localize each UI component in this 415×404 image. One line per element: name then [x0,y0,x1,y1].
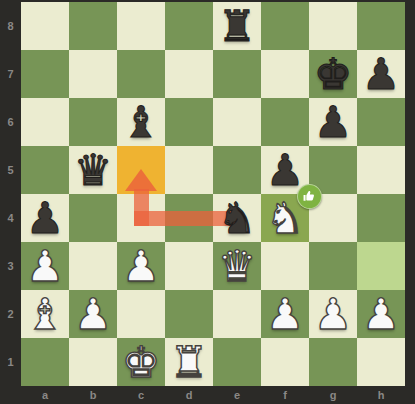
square-d7[interactable] [165,50,213,98]
white-bishop-a2[interactable]: ♝ [21,290,69,338]
rank-label-3: 3 [0,242,21,290]
black-knight-e4[interactable]: ♞ [213,194,261,242]
square-c8[interactable] [117,2,165,50]
file-label-h: h [357,386,405,404]
square-d5[interactable] [165,146,213,194]
black-king-g7[interactable]: ♚ [309,50,357,98]
file-labels: abcdefgh [21,386,405,404]
square-e1[interactable] [213,338,261,386]
square-d6[interactable] [165,98,213,146]
square-b3[interactable] [69,242,117,290]
square-h4[interactable] [357,194,405,242]
white-pawn-b2[interactable]: ♟ [69,290,117,338]
square-a7[interactable] [21,50,69,98]
chess-board: ♜♚♟♝♟♛♟♟♞♞♟♟♛♝♟♟♟♟♚♜ [21,2,405,386]
rank-labels: 87654321 [0,2,21,386]
black-rook-e8[interactable]: ♜ [213,2,261,50]
white-king-c1[interactable]: ♚ [117,338,165,386]
square-e5[interactable] [213,146,261,194]
square-a1[interactable] [21,338,69,386]
square-d2[interactable] [165,290,213,338]
file-label-b: b [69,386,117,404]
square-f8[interactable] [261,2,309,50]
black-pawn-g6[interactable]: ♟ [309,98,357,146]
rank-label-8: 8 [0,2,21,50]
square-e2[interactable] [213,290,261,338]
black-bishop-c6[interactable]: ♝ [117,98,165,146]
white-pawn-c3[interactable]: ♟ [117,242,165,290]
square-b8[interactable] [69,2,117,50]
black-pawn-a4[interactable]: ♟ [21,194,69,242]
square-a5[interactable] [21,146,69,194]
square-g1[interactable] [309,338,357,386]
black-pawn-h7[interactable]: ♟ [357,50,405,98]
square-a6[interactable] [21,98,69,146]
square-g8[interactable] [309,2,357,50]
white-pawn-a3[interactable]: ♟ [21,242,69,290]
square-e6[interactable] [213,98,261,146]
white-pawn-h2[interactable]: ♟ [357,290,405,338]
square-h5[interactable] [357,146,405,194]
file-label-d: d [165,386,213,404]
square-b4[interactable] [69,194,117,242]
square-f7[interactable] [261,50,309,98]
square-d3[interactable] [165,242,213,290]
square-f6[interactable] [261,98,309,146]
file-label-e: e [213,386,261,404]
square-c2[interactable] [117,290,165,338]
rank-label-2: 2 [0,290,21,338]
square-b1[interactable] [69,338,117,386]
chess-analysis-board-app: ♜♚♟♝♟♛♟♟♞♞♟♟♛♝♟♟♟♟♚♜ 87654321 abcdefgh [0,0,415,404]
square-f3[interactable] [261,242,309,290]
file-label-g: g [309,386,357,404]
square-c7[interactable] [117,50,165,98]
rank-label-1: 1 [0,338,21,386]
white-pawn-g2[interactable]: ♟ [309,290,357,338]
black-queen-b5[interactable]: ♛ [69,146,117,194]
rank-label-7: 7 [0,50,21,98]
file-label-c: c [117,386,165,404]
white-queen-e3[interactable]: ♛ [213,242,261,290]
square-e7[interactable] [213,50,261,98]
file-label-f: f [261,386,309,404]
square-b6[interactable] [69,98,117,146]
rank-label-5: 5 [0,146,21,194]
good-move-badge [297,184,322,209]
square-h1[interactable] [357,338,405,386]
square-h3[interactable] [357,242,405,290]
square-d8[interactable] [165,2,213,50]
rank-label-6: 6 [0,98,21,146]
hint-arrow-shaft-vertical [134,189,149,226]
hint-arrow-head [125,169,157,191]
thumbs-up-icon [302,189,316,203]
square-h6[interactable] [357,98,405,146]
square-b7[interactable] [69,50,117,98]
square-g3[interactable] [309,242,357,290]
square-f1[interactable] [261,338,309,386]
file-label-a: a [21,386,69,404]
rank-label-4: 4 [0,194,21,242]
white-pawn-f2[interactable]: ♟ [261,290,309,338]
white-rook-d1[interactable]: ♜ [165,338,213,386]
square-h8[interactable] [357,2,405,50]
square-a8[interactable] [21,2,69,50]
